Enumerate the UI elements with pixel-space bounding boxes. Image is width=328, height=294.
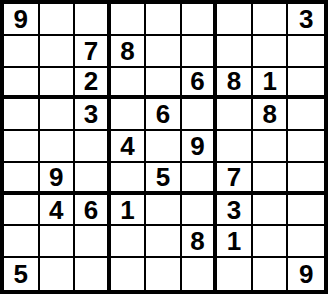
cell-r7c7-given-digit: 3 — [217, 195, 253, 227]
cell-r8c3-empty[interactable] — [75, 226, 111, 258]
cell-r2c6-empty[interactable] — [182, 36, 218, 68]
cell-r7c4-given-digit: 1 — [111, 195, 147, 227]
cell-r4c4-empty[interactable] — [111, 99, 147, 131]
cell-r1c1-given-digit: 9 — [4, 4, 40, 36]
cell-r3c3-given-digit: 2 — [75, 68, 111, 100]
cell-r3c2-empty[interactable] — [40, 68, 76, 100]
cell-r7c1-empty[interactable] — [4, 195, 40, 227]
cell-r4c7-empty[interactable] — [217, 99, 253, 131]
cell-r8c2-empty[interactable] — [40, 226, 76, 258]
cell-r6c9-empty[interactable] — [288, 163, 324, 195]
cell-r6c8-empty[interactable] — [253, 163, 289, 195]
cell-r3c4-empty[interactable] — [111, 68, 147, 100]
cell-r1c5-empty[interactable] — [146, 4, 182, 36]
cell-r9c3-empty[interactable] — [75, 258, 111, 290]
cell-r5c5-empty[interactable] — [146, 131, 182, 163]
sudoku-board: 937826813684995746138159 — [0, 0, 328, 294]
cell-r7c3-given-digit: 6 — [75, 195, 111, 227]
cell-r4c6-empty[interactable] — [182, 99, 218, 131]
cell-r5c3-empty[interactable] — [75, 131, 111, 163]
cell-r6c4-empty[interactable] — [111, 163, 147, 195]
cell-r1c9-given-digit: 3 — [288, 4, 324, 36]
cell-r4c1-empty[interactable] — [4, 99, 40, 131]
cell-r9c4-empty[interactable] — [111, 258, 147, 290]
cell-r2c2-empty[interactable] — [40, 36, 76, 68]
cell-r7c8-empty[interactable] — [253, 195, 289, 227]
cell-r3c8-given-digit: 1 — [253, 68, 289, 100]
cell-r8c8-empty[interactable] — [253, 226, 289, 258]
cell-r9c5-empty[interactable] — [146, 258, 182, 290]
cell-r6c3-empty[interactable] — [75, 163, 111, 195]
cell-r5c2-empty[interactable] — [40, 131, 76, 163]
cell-r5c7-empty[interactable] — [217, 131, 253, 163]
cell-r2c3-given-digit: 7 — [75, 36, 111, 68]
cell-r2c8-empty[interactable] — [253, 36, 289, 68]
cell-r7c9-empty[interactable] — [288, 195, 324, 227]
cell-r7c6-empty[interactable] — [182, 195, 218, 227]
cell-r6c2-given-digit: 9 — [40, 163, 76, 195]
cell-r2c1-empty[interactable] — [4, 36, 40, 68]
cell-r3c7-given-digit: 8 — [217, 68, 253, 100]
cell-r3c9-empty[interactable] — [288, 68, 324, 100]
cell-r6c5-given-digit: 5 — [146, 163, 182, 195]
cell-r6c1-empty[interactable] — [4, 163, 40, 195]
cell-r2c7-empty[interactable] — [217, 36, 253, 68]
cell-r9c7-empty[interactable] — [217, 258, 253, 290]
cell-r8c9-empty[interactable] — [288, 226, 324, 258]
cell-r4c9-empty[interactable] — [288, 99, 324, 131]
cell-r9c6-empty[interactable] — [182, 258, 218, 290]
cell-r2c9-empty[interactable] — [288, 36, 324, 68]
cell-r5c1-empty[interactable] — [4, 131, 40, 163]
cell-r1c4-empty[interactable] — [111, 4, 147, 36]
cell-r8c7-given-digit: 1 — [217, 226, 253, 258]
cell-r1c7-empty[interactable] — [217, 4, 253, 36]
cell-r4c8-given-digit: 8 — [253, 99, 289, 131]
cell-r7c2-given-digit: 4 — [40, 195, 76, 227]
cell-r5c4-given-digit: 4 — [111, 131, 147, 163]
cell-r5c6-given-digit: 9 — [182, 131, 218, 163]
cell-r7c5-empty[interactable] — [146, 195, 182, 227]
cell-r6c6-empty[interactable] — [182, 163, 218, 195]
cell-r2c5-empty[interactable] — [146, 36, 182, 68]
cell-r9c8-empty[interactable] — [253, 258, 289, 290]
cell-r8c6-given-digit: 8 — [182, 226, 218, 258]
cell-r4c2-empty[interactable] — [40, 99, 76, 131]
cell-r5c8-empty[interactable] — [253, 131, 289, 163]
cell-r5c9-empty[interactable] — [288, 131, 324, 163]
cell-r3c6-given-digit: 6 — [182, 68, 218, 100]
cell-r1c3-empty[interactable] — [75, 4, 111, 36]
cell-r9c1-given-digit: 5 — [4, 258, 40, 290]
cell-r1c8-empty[interactable] — [253, 4, 289, 36]
cell-r8c5-empty[interactable] — [146, 226, 182, 258]
cell-r6c7-given-digit: 7 — [217, 163, 253, 195]
cell-r1c2-empty[interactable] — [40, 4, 76, 36]
cell-r8c1-empty[interactable] — [4, 226, 40, 258]
cell-r2c4-given-digit: 8 — [111, 36, 147, 68]
cell-r4c3-given-digit: 3 — [75, 99, 111, 131]
cell-r4c5-given-digit: 6 — [146, 99, 182, 131]
cell-r9c2-empty[interactable] — [40, 258, 76, 290]
cell-r8c4-empty[interactable] — [111, 226, 147, 258]
cell-r9c9-given-digit: 9 — [288, 258, 324, 290]
cell-r1c6-empty[interactable] — [182, 4, 218, 36]
cell-r3c5-empty[interactable] — [146, 68, 182, 100]
cell-r3c1-empty[interactable] — [4, 68, 40, 100]
